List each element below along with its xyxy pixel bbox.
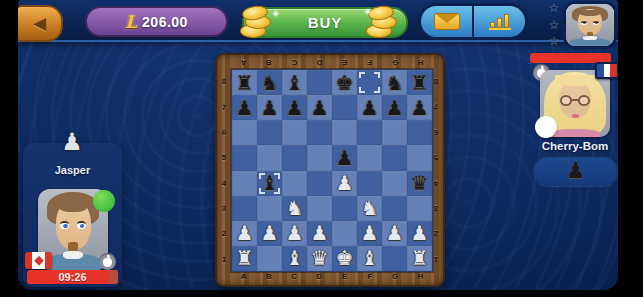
square-e3[interactable] <box>332 196 357 221</box>
timer-left: 09:26 <box>27 270 118 284</box>
square-d5[interactable] <box>307 145 332 170</box>
square-g7[interactable]: ♟ <box>382 95 407 120</box>
black-pawn: ♟ <box>386 98 404 118</box>
square-c8[interactable]: ♝ <box>282 70 307 95</box>
square-b8[interactable]: ♞ <box>257 70 282 95</box>
white-king: ♚ <box>336 248 354 268</box>
board-grid: ♜♞♝♚♞♜♟♟♟♟♟♟♟♟♝♟♛♞♞♟♟♟♟♟♟♟♜♝♛♚♝♜ <box>231 69 433 272</box>
square-b7[interactable]: ♟ <box>257 95 282 120</box>
toolbar-icons <box>418 3 528 40</box>
black-king: ♚ <box>336 73 354 93</box>
white-pawn: ♟ <box>236 223 254 243</box>
square-b2[interactable]: ♟ <box>257 221 282 246</box>
square-e2[interactable] <box>332 221 357 246</box>
square-a3[interactable] <box>232 196 257 221</box>
buy-button[interactable]: BUY <box>242 7 408 38</box>
square-d7[interactable]: ♟ <box>307 95 332 120</box>
back-button[interactable]: ◀ <box>18 5 63 42</box>
square-f8[interactable] <box>357 70 382 95</box>
square-c7[interactable]: ♟ <box>282 95 307 120</box>
square-f5[interactable] <box>357 145 382 170</box>
white-knight: ♞ <box>361 198 379 218</box>
white-queen: ♛ <box>311 248 329 268</box>
square-g3[interactable] <box>382 196 407 221</box>
square-e4[interactable]: ♟ <box>332 171 357 196</box>
black-pawn: ♟ <box>311 98 329 118</box>
square-a6[interactable] <box>232 120 257 145</box>
square-b4[interactable]: ♝ <box>257 171 282 196</box>
square-d1[interactable]: ♛ <box>307 246 332 271</box>
square-g2[interactable]: ♟ <box>382 221 407 246</box>
star-icon: ☆ <box>549 2 560 14</box>
square-d8[interactable] <box>307 70 332 95</box>
square-c3[interactable]: ♞ <box>282 196 307 221</box>
square-b3[interactable] <box>257 196 282 221</box>
square-d3[interactable] <box>307 196 332 221</box>
screenshot-root: ◀ L 206.00 BUY ✦ ✦ <box>0 0 643 297</box>
square-g1[interactable] <box>382 246 407 271</box>
square-d4[interactable] <box>307 171 332 196</box>
avatar <box>566 4 614 46</box>
square-h3[interactable] <box>407 196 432 221</box>
square-f1[interactable]: ♝ <box>357 246 382 271</box>
star-icon: ☆ <box>549 19 560 31</box>
square-c1[interactable]: ♝ <box>282 246 307 271</box>
file-labels-top: ABCDEFGH <box>231 56 433 69</box>
square-g6[interactable] <box>382 120 407 145</box>
square-f2[interactable]: ♟ <box>357 221 382 246</box>
profile-rating-stars: ☆☆☆ <box>545 2 563 47</box>
square-h8[interactable]: ♜ <box>407 70 432 95</box>
square-g8[interactable]: ♞ <box>382 70 407 95</box>
balance-amount: 206.00 <box>142 14 188 30</box>
square-h7[interactable]: ♟ <box>407 95 432 120</box>
white-pawn: ♟ <box>336 173 354 193</box>
square-b5[interactable] <box>257 145 282 170</box>
square-f7[interactable]: ♟ <box>357 95 382 120</box>
star-icon: ☆ <box>549 35 560 47</box>
black-pawn: ♟ <box>261 98 279 118</box>
white-knight: ♞ <box>286 198 304 218</box>
square-f3[interactable]: ♞ <box>357 196 382 221</box>
black-knight: ♞ <box>386 73 404 93</box>
black-pawn: ♟ <box>286 98 304 118</box>
balance-display[interactable]: L 206.00 <box>85 6 228 37</box>
black-side-pawn-icon: ♟ <box>566 160 586 182</box>
black-bishop: ♝ <box>286 73 304 93</box>
top-bar: ◀ L 206.00 BUY ✦ ✦ <box>18 0 618 42</box>
black-side-tray: ♟ <box>533 156 618 186</box>
white-pawn: ♟ <box>386 223 404 243</box>
square-b6[interactable] <box>257 120 282 145</box>
square-h1[interactable]: ♜ <box>407 246 432 271</box>
black-rook: ♜ <box>411 73 429 93</box>
square-e7[interactable] <box>332 95 357 120</box>
white-rook: ♜ <box>411 248 429 268</box>
square-a2[interactable]: ♟ <box>232 221 257 246</box>
black-rook: ♜ <box>236 73 254 93</box>
canada-flag-icon <box>25 252 52 269</box>
square-g5[interactable] <box>382 145 407 170</box>
white-rook: ♜ <box>236 248 254 268</box>
buy-label: BUY <box>308 14 343 31</box>
black-pawn: ♟ <box>236 98 254 118</box>
square-c5[interactable] <box>282 145 307 170</box>
back-icon: ◀ <box>33 15 46 32</box>
player-name-right: Cherry-Bom <box>525 140 618 152</box>
square-a8[interactable]: ♜ <box>232 70 257 95</box>
square-f4[interactable] <box>357 171 382 196</box>
square-e5[interactable]: ♟ <box>332 145 357 170</box>
apple-platform-icon <box>99 253 116 270</box>
black-knight: ♞ <box>261 73 279 93</box>
online-status-dot <box>93 190 115 212</box>
square-b1[interactable] <box>257 246 282 271</box>
mail-button[interactable] <box>421 6 472 37</box>
black-pawn: ♟ <box>336 148 354 168</box>
square-e1[interactable]: ♚ <box>332 246 357 271</box>
currency-icon: L <box>125 12 137 32</box>
black-pawn: ♟ <box>411 98 429 118</box>
square-d2[interactable]: ♟ <box>307 221 332 246</box>
stats-button[interactable] <box>472 6 525 37</box>
white-pawn: ♟ <box>286 223 304 243</box>
square-a4[interactable] <box>232 171 257 196</box>
white-pawn: ♟ <box>311 223 329 243</box>
white-bishop: ♝ <box>361 248 379 268</box>
white-side-pawn-icon: ♟ <box>54 128 90 156</box>
white-bishop: ♝ <box>286 248 304 268</box>
square-c2[interactable]: ♟ <box>282 221 307 246</box>
black-queen: ♛ <box>411 173 429 193</box>
chess-board: 87654321 87654321 ABCDEFGH ABCDEFGH ♜♞♝♚… <box>215 53 445 287</box>
square-h2[interactable]: ♟ <box>407 221 432 246</box>
status-dot-white <box>535 116 557 138</box>
square-a5[interactable] <box>232 145 257 170</box>
square-d6[interactable] <box>307 120 332 145</box>
square-a7[interactable]: ♟ <box>232 95 257 120</box>
square-h5[interactable] <box>407 145 432 170</box>
timer-left-value: 09:26 <box>27 270 118 284</box>
square-a1[interactable]: ♜ <box>232 246 257 271</box>
square-g4[interactable] <box>382 171 407 196</box>
square-f6[interactable] <box>357 120 382 145</box>
mail-icon <box>434 13 460 30</box>
rank-labels-left: 87654321 <box>218 69 230 272</box>
square-c4[interactable] <box>282 171 307 196</box>
app-stage: ◀ L 206.00 BUY ✦ ✦ <box>18 0 618 290</box>
black-pawn: ♟ <box>361 98 379 118</box>
white-pawn: ♟ <box>261 223 279 243</box>
square-e6[interactable] <box>332 120 357 145</box>
square-c6[interactable] <box>282 120 307 145</box>
france-flag-icon <box>595 62 618 79</box>
stats-icon <box>489 14 511 30</box>
white-pawn: ♟ <box>411 223 429 243</box>
square-e8[interactable]: ♚ <box>332 70 357 95</box>
profile-avatar[interactable] <box>563 1 617 49</box>
white-pawn: ♟ <box>361 223 379 243</box>
square-h4[interactable]: ♛ <box>407 171 432 196</box>
player-name-left: Jasper <box>23 164 122 176</box>
square-h6[interactable] <box>407 120 432 145</box>
